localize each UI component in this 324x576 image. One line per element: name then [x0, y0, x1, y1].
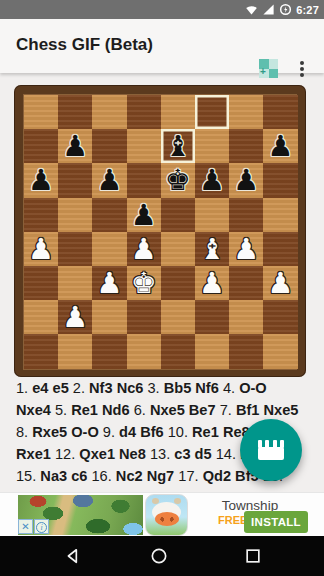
phone-screen: 6:27 Chess GIF (Beta) ♟♝♟♟♟♚♟♟♟♟♟♝♟♟♚♟♟♟… [0, 0, 324, 576]
move-san: Re1 Re8 [192, 424, 250, 440]
piece-white-pawn-b2: ♟ [58, 300, 92, 334]
board-grid: ♟♝♟♟♟♚♟♟♟♟♟♝♟♟♚♟♟♟ [23, 94, 297, 370]
square-e6: ♚ [161, 163, 195, 197]
move-san: Nxe5 Be7 [150, 402, 216, 418]
ad-install-button[interactable]: INSTALL [244, 511, 308, 533]
ad-info-icon[interactable]: i [34, 519, 49, 534]
page-title: Chess GIF (Beta) [16, 35, 153, 55]
square-e2 [161, 300, 195, 334]
move-number: 8. [16, 424, 28, 440]
square-f5 [195, 198, 229, 232]
back-icon[interactable] [63, 546, 83, 566]
square-f1 [195, 334, 229, 368]
piece-white-pawn-h3: ♟ [263, 266, 297, 300]
square-c8 [92, 95, 126, 129]
square-b2: ♟ [58, 300, 92, 334]
icon-cell [269, 59, 279, 69]
move-san: O-O [239, 380, 267, 396]
piece-white-pawn-a4: ♟ [24, 232, 58, 266]
clock: 6:27 [296, 4, 319, 16]
piece-black-pawn-f6: ♟ [195, 163, 229, 197]
piece-black-pawn-g6: ♟ [229, 163, 263, 197]
move-number: 4. [223, 380, 235, 396]
move-number: 6. [134, 402, 146, 418]
piece-white-pawn-g4: ♟ [229, 232, 263, 266]
square-f8 [195, 95, 229, 129]
square-g1 [229, 334, 263, 368]
square-g2 [229, 300, 263, 334]
piece-black-bishop-e7: ♝ [161, 129, 195, 163]
move-number: 10. [168, 424, 188, 440]
piece-white-king-d3: ♚ [127, 266, 161, 300]
move-line: Nxe4 5. Re1 Nd6 6. Nxe5 Be7 7. Bf1 Nxe5 [16, 399, 310, 421]
ad-close-icon[interactable]: ✕ [18, 519, 33, 534]
square-d3: ♚ [127, 266, 161, 300]
move-san: d4 Bf6 [119, 424, 164, 440]
wifi-icon [245, 3, 258, 16]
square-b7: ♟ [58, 129, 92, 163]
piece-black-king-e6: ♚ [161, 163, 195, 197]
square-g3 [229, 266, 263, 300]
square-e4 [161, 232, 195, 266]
square-h5 [263, 198, 297, 232]
icon-plus-cell [259, 69, 269, 79]
square-f6: ♟ [195, 163, 229, 197]
square-f7 [195, 129, 229, 163]
square-h7: ♟ [263, 129, 297, 163]
piece-black-pawn-a6: ♟ [24, 163, 58, 197]
square-c5 [92, 198, 126, 232]
square-a6: ♟ [24, 163, 58, 197]
square-f2 [195, 300, 229, 334]
move-number: 12. [55, 446, 75, 462]
square-g5 [229, 198, 263, 232]
square-a3 [24, 266, 58, 300]
square-a1 [24, 334, 58, 368]
move-number: 9. [103, 424, 115, 440]
piece-white-pawn-c3: ♟ [92, 266, 126, 300]
move-number: 2. [73, 380, 85, 396]
gif-movie-icon [258, 440, 284, 460]
square-h6 [263, 163, 297, 197]
move-number: 13. [150, 446, 170, 462]
square-a4: ♟ [24, 232, 58, 266]
piece-white-pawn-f3: ♟ [195, 266, 229, 300]
move-san: e4 e5 [32, 380, 69, 396]
square-d7 [127, 129, 161, 163]
square-b1 [58, 334, 92, 368]
status-bar: 6:27 [0, 0, 324, 19]
move-san: Qxe1 Ne8 [79, 446, 146, 462]
square-b8 [58, 95, 92, 129]
move-line: 1. e4 e5 2. Nf3 Nc6 3. Bb5 Nf6 4. O-O [16, 377, 310, 399]
square-h1 [263, 334, 297, 368]
square-d8 [127, 95, 161, 129]
piece-black-pawn-b7: ♟ [58, 129, 92, 163]
piece-white-pawn-d4: ♟ [127, 232, 161, 266]
square-g4: ♟ [229, 232, 263, 266]
recents-icon[interactable] [243, 546, 263, 566]
square-h3: ♟ [263, 266, 297, 300]
square-e7: ♝ [161, 129, 195, 163]
navigation-bar [0, 536, 324, 576]
move-number: 7. [220, 402, 232, 418]
create-gif-fab[interactable] [240, 419, 302, 481]
piece-black-pawn-d5: ♟ [127, 198, 161, 232]
square-d1 [127, 334, 161, 368]
cow-icon-art [155, 512, 179, 526]
icon-cell [269, 69, 279, 79]
square-a8 [24, 95, 58, 129]
square-f3: ♟ [195, 266, 229, 300]
move-san: Na3 c6 [40, 468, 87, 484]
signal-icon [262, 3, 275, 16]
square-e1 [161, 334, 195, 368]
square-c7 [92, 129, 126, 163]
ad-app-icon[interactable] [145, 494, 188, 536]
square-c1 [92, 334, 126, 368]
square-e8 [161, 95, 195, 129]
app-bar: Chess GIF (Beta) [0, 19, 324, 73]
move-san: c3 d5 [174, 446, 211, 462]
move-number: 15. [16, 468, 36, 484]
piece-white-bishop-f4: ♝ [195, 232, 229, 266]
square-g6: ♟ [229, 163, 263, 197]
chess-board: ♟♝♟♟♟♚♟♟♟♟♟♝♟♟♚♟♟♟ [14, 85, 306, 377]
square-b3 [58, 266, 92, 300]
square-c2 [92, 300, 126, 334]
move-san: Rxe1 [16, 446, 51, 462]
piece-black-pawn-h7: ♟ [263, 129, 297, 163]
move-san: Nf3 Nc6 [89, 380, 143, 396]
move-san: Nxe4 [16, 402, 51, 418]
new-board-icon[interactable] [259, 59, 278, 78]
move-number: 5. [55, 402, 67, 418]
square-h4 [263, 232, 297, 266]
square-a7 [24, 129, 58, 163]
square-c3: ♟ [92, 266, 126, 300]
piece-black-pawn-c6: ♟ [92, 163, 126, 197]
square-c6: ♟ [92, 163, 126, 197]
square-h8 [263, 95, 297, 129]
move-number: 3. [147, 380, 159, 396]
square-e3 [161, 266, 195, 300]
move-number: 16. [91, 468, 111, 484]
ad-price-label: FREE [218, 514, 247, 526]
move-san: Bb5 Nf6 [164, 380, 219, 396]
overflow-menu-icon[interactable] [297, 61, 307, 77]
square-f4: ♝ [195, 232, 229, 266]
move-number: 14. [216, 446, 236, 462]
square-b5 [58, 198, 92, 232]
battery-saver-icon [279, 3, 292, 16]
square-a2 [24, 300, 58, 334]
move-number: 1. [16, 380, 28, 396]
move-san: Re1 Nd6 [71, 402, 129, 418]
move-san: Nc2 Ng7 [116, 468, 174, 484]
square-d4: ♟ [127, 232, 161, 266]
square-d2 [127, 300, 161, 334]
square-a5 [24, 198, 58, 232]
square-g8 [229, 95, 263, 129]
square-b6 [58, 163, 92, 197]
square-h2 [263, 300, 297, 334]
move-san: Bf1 Nxe5 [236, 402, 298, 418]
move-number: 17. [178, 468, 198, 484]
square-d6 [127, 163, 161, 197]
square-e5 [161, 198, 195, 232]
home-icon[interactable] [149, 546, 169, 566]
ad-banner[interactable]: Township FREE INSTALL ✕ i [0, 492, 324, 536]
square-b4 [58, 232, 92, 266]
square-d5: ♟ [127, 198, 161, 232]
square-g7 [229, 129, 263, 163]
square-c4 [92, 232, 126, 266]
move-san: Rxe5 O-O [32, 424, 99, 440]
